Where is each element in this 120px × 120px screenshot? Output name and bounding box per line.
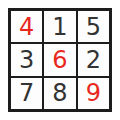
board-grid: 415362789 (8, 8, 112, 112)
grid-cell-r1c0[interactable]: 3 (11, 44, 42, 75)
grid-cell-r2c1[interactable]: 8 (44, 78, 75, 109)
grid-cell-r1c2[interactable]: 2 (78, 44, 109, 75)
grid-cell-r1c1[interactable]: 6 (44, 44, 75, 75)
grid-cell-r0c2[interactable]: 5 (78, 11, 109, 42)
grid-cell-r0c0[interactable]: 4 (11, 11, 42, 42)
puzzle-stage: 415362789 (0, 0, 120, 120)
grid-cell-r0c1[interactable]: 1 (44, 11, 75, 42)
grid-cell-r2c2[interactable]: 9 (78, 78, 109, 109)
grid-cell-r2c0[interactable]: 7 (11, 78, 42, 109)
